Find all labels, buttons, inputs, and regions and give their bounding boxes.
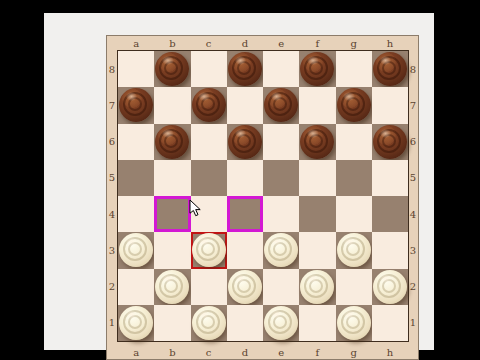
checkers-board: abcdefgh abcdefgh 87654321 87654321 — [106, 35, 419, 360]
square-e1[interactable] — [263, 305, 299, 341]
square-b4[interactable] — [154, 196, 190, 232]
square-d8[interactable] — [227, 51, 263, 87]
square-h8[interactable] — [372, 51, 408, 87]
square-g3[interactable] — [336, 232, 372, 268]
piece-white-c3[interactable] — [192, 233, 226, 267]
file-label-c: c — [191, 37, 227, 50]
square-c8[interactable] — [191, 51, 227, 87]
piece-black-b8[interactable] — [155, 52, 189, 86]
piece-black-e7[interactable] — [264, 88, 298, 122]
file-label-e: e — [263, 37, 299, 50]
piece-white-a1[interactable] — [119, 306, 153, 340]
square-c6[interactable] — [191, 124, 227, 160]
rank-label-5: 5 — [408, 160, 418, 196]
rank-label-1: 1 — [107, 305, 117, 341]
rank-label-8: 8 — [408, 51, 418, 87]
piece-black-h8[interactable] — [373, 52, 407, 86]
square-f3[interactable] — [299, 232, 335, 268]
file-label-a: a — [118, 344, 154, 360]
square-f7[interactable] — [299, 87, 335, 123]
file-label-f: f — [299, 344, 335, 360]
file-labels-bottom: abcdefgh — [118, 344, 408, 360]
rank-label-8: 8 — [107, 51, 117, 87]
board-grid — [117, 50, 409, 342]
square-a6[interactable] — [118, 124, 154, 160]
square-e3[interactable] — [263, 232, 299, 268]
square-e4[interactable] — [263, 196, 299, 232]
piece-white-g1[interactable] — [337, 306, 371, 340]
square-f6[interactable] — [299, 124, 335, 160]
square-a8[interactable] — [118, 51, 154, 87]
square-h7[interactable] — [372, 87, 408, 123]
piece-black-h6[interactable] — [373, 125, 407, 159]
piece-white-a3[interactable] — [119, 233, 153, 267]
square-h5[interactable] — [372, 160, 408, 196]
square-a4[interactable] — [118, 196, 154, 232]
rank-label-6: 6 — [408, 124, 418, 160]
rank-label-3: 3 — [107, 232, 117, 268]
square-b2[interactable] — [154, 269, 190, 305]
square-f1[interactable] — [299, 305, 335, 341]
square-h6[interactable] — [372, 124, 408, 160]
page-background: abcdefgh abcdefgh 87654321 87654321 — [44, 13, 434, 350]
piece-white-d2[interactable] — [228, 270, 262, 304]
rank-label-4: 4 — [107, 196, 117, 232]
piece-white-g3[interactable] — [337, 233, 371, 267]
square-b3[interactable] — [154, 232, 190, 268]
square-a5[interactable] — [118, 160, 154, 196]
piece-black-g7[interactable] — [337, 88, 371, 122]
rank-label-4: 4 — [408, 196, 418, 232]
square-c7[interactable] — [191, 87, 227, 123]
square-c3[interactable] — [191, 232, 227, 268]
rank-label-1: 1 — [408, 305, 418, 341]
piece-white-b2[interactable] — [155, 270, 189, 304]
square-e8[interactable] — [263, 51, 299, 87]
square-a7[interactable] — [118, 87, 154, 123]
rank-labels-left: 87654321 — [107, 51, 117, 341]
rank-labels-right: 87654321 — [408, 51, 418, 341]
square-f4[interactable] — [299, 196, 335, 232]
file-label-c: c — [191, 344, 227, 360]
file-label-a: a — [118, 37, 154, 50]
square-g7[interactable] — [336, 87, 372, 123]
square-c2[interactable] — [191, 269, 227, 305]
rank-label-7: 7 — [408, 87, 418, 123]
square-a2[interactable] — [118, 269, 154, 305]
square-c1[interactable] — [191, 305, 227, 341]
square-h3[interactable] — [372, 232, 408, 268]
square-c4[interactable] — [191, 196, 227, 232]
square-e6[interactable] — [263, 124, 299, 160]
rank-label-2: 2 — [408, 269, 418, 305]
piece-black-f6[interactable] — [300, 125, 334, 159]
square-f5[interactable] — [299, 160, 335, 196]
file-label-f: f — [299, 37, 335, 50]
square-d4[interactable] — [227, 196, 263, 232]
piece-black-f8[interactable] — [300, 52, 334, 86]
rank-label-2: 2 — [107, 269, 117, 305]
square-b8[interactable] — [154, 51, 190, 87]
square-h4[interactable] — [372, 196, 408, 232]
square-b1[interactable] — [154, 305, 190, 341]
square-h2[interactable] — [372, 269, 408, 305]
square-f2[interactable] — [299, 269, 335, 305]
rank-label-3: 3 — [408, 232, 418, 268]
square-d3[interactable] — [227, 232, 263, 268]
square-g8[interactable] — [336, 51, 372, 87]
square-e5[interactable] — [263, 160, 299, 196]
square-e2[interactable] — [263, 269, 299, 305]
square-g6[interactable] — [336, 124, 372, 160]
square-d2[interactable] — [227, 269, 263, 305]
square-b6[interactable] — [154, 124, 190, 160]
square-b7[interactable] — [154, 87, 190, 123]
piece-black-a7[interactable] — [119, 88, 153, 122]
square-a3[interactable] — [118, 232, 154, 268]
piece-black-b6[interactable] — [155, 125, 189, 159]
rank-label-5: 5 — [107, 160, 117, 196]
square-a1[interactable] — [118, 305, 154, 341]
square-d7[interactable] — [227, 87, 263, 123]
file-label-d: d — [227, 344, 263, 360]
piece-black-d8[interactable] — [228, 52, 262, 86]
file-label-g: g — [336, 344, 372, 360]
square-g4[interactable] — [336, 196, 372, 232]
square-c5[interactable] — [191, 160, 227, 196]
piece-white-c1[interactable] — [192, 306, 226, 340]
file-label-b: b — [154, 344, 190, 360]
square-d6[interactable] — [227, 124, 263, 160]
file-label-g: g — [336, 37, 372, 50]
piece-black-c7[interactable] — [192, 88, 226, 122]
piece-white-e3[interactable] — [264, 233, 298, 267]
piece-black-d6[interactable] — [228, 125, 262, 159]
video-frame: { "game": "checkers (8x8 draughts)", "po… — [0, 0, 480, 360]
file-label-b: b — [154, 37, 190, 50]
file-label-e: e — [263, 344, 299, 360]
square-h1[interactable] — [372, 305, 408, 341]
file-label-h: h — [372, 344, 408, 360]
square-g2[interactable] — [336, 269, 372, 305]
file-label-d: d — [227, 37, 263, 50]
file-label-h: h — [372, 37, 408, 50]
rank-label-7: 7 — [107, 87, 117, 123]
square-d1[interactable] — [227, 305, 263, 341]
piece-white-e1[interactable] — [264, 306, 298, 340]
piece-white-f2[interactable] — [300, 270, 334, 304]
square-g1[interactable] — [336, 305, 372, 341]
square-d5[interactable] — [227, 160, 263, 196]
square-f8[interactable] — [299, 51, 335, 87]
piece-white-h2[interactable] — [373, 270, 407, 304]
rank-label-6: 6 — [107, 124, 117, 160]
square-b5[interactable] — [154, 160, 190, 196]
square-e7[interactable] — [263, 87, 299, 123]
file-labels-top: abcdefgh — [118, 37, 408, 50]
square-g5[interactable] — [336, 160, 372, 196]
